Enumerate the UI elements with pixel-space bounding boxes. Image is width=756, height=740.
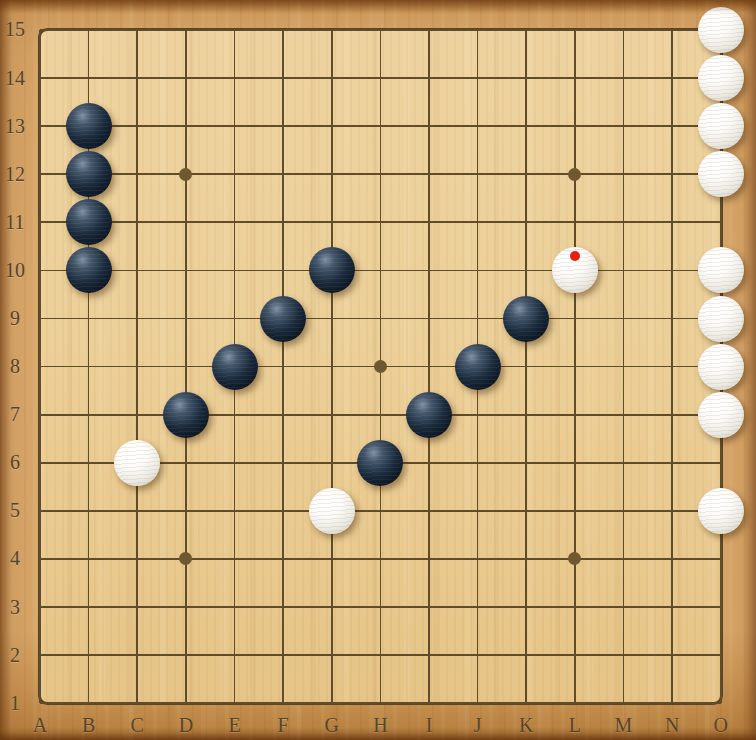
black-stone-f9: [260, 296, 306, 342]
column-label-m: M: [599, 711, 648, 739]
board-grid: [16, 6, 745, 727]
intersection-j10[interactable]: [453, 246, 502, 294]
intersection-j9[interactable]: [453, 294, 502, 342]
intersection-n2[interactable]: [648, 631, 697, 679]
row-label-13: 13: [0, 102, 30, 150]
intersection-c13[interactable]: [113, 102, 162, 150]
intersection-c7[interactable]: [113, 391, 162, 439]
intersection-h10[interactable]: [356, 246, 405, 294]
intersection-d9[interactable]: [162, 294, 211, 342]
column-label-k: K: [502, 711, 551, 739]
intersection-b8[interactable]: [64, 343, 113, 391]
intersection-o14[interactable]: [696, 54, 745, 102]
white-stone-o10: [698, 247, 744, 293]
intersection-d14[interactable]: [162, 54, 211, 102]
star-point-l12: [568, 168, 581, 181]
intersection-l5[interactable]: [551, 487, 600, 535]
intersection-i8[interactable]: [405, 343, 454, 391]
intersection-b6[interactable]: [64, 439, 113, 487]
intersection-o8[interactable]: [696, 343, 745, 391]
intersection-m5[interactable]: [599, 487, 648, 535]
intersection-j4[interactable]: [453, 535, 502, 583]
intersection-m12[interactable]: [599, 150, 648, 198]
black-stone-b13: [66, 103, 112, 149]
intersection-b9[interactable]: [64, 294, 113, 342]
intersection-f13[interactable]: [259, 102, 308, 150]
intersection-k7[interactable]: [502, 391, 551, 439]
column-label-e: E: [210, 711, 259, 739]
intersection-e10[interactable]: [210, 246, 259, 294]
column-label-o: O: [696, 711, 745, 739]
intersection-n3[interactable]: [648, 583, 697, 631]
intersection-d13[interactable]: [162, 102, 211, 150]
intersection-e12[interactable]: [210, 150, 259, 198]
intersection-c6[interactable]: [113, 439, 162, 487]
intersection-e15[interactable]: [210, 6, 259, 54]
row-coordinate-labels: 151413121110987654321: [0, 6, 30, 728]
intersection-j12[interactable]: [453, 150, 502, 198]
white-stone-c6: [114, 440, 160, 486]
row-label-8: 8: [0, 343, 30, 391]
intersection-g7[interactable]: [307, 391, 356, 439]
intersection-k3[interactable]: [502, 583, 551, 631]
intersection-k11[interactable]: [502, 198, 551, 246]
intersection-f2[interactable]: [259, 631, 308, 679]
intersection-d5[interactable]: [162, 487, 211, 535]
intersection-b10[interactable]: [64, 246, 113, 294]
intersection-k4[interactable]: [502, 535, 551, 583]
intersection-f15[interactable]: [259, 6, 308, 54]
intersection-i6[interactable]: [405, 439, 454, 487]
intersection-h5[interactable]: [356, 487, 405, 535]
intersection-j8[interactable]: [453, 343, 502, 391]
white-stone-o7: [698, 392, 744, 438]
intersection-b14[interactable]: [64, 54, 113, 102]
intersection-m4[interactable]: [599, 535, 648, 583]
intersection-n11[interactable]: [648, 198, 697, 246]
intersection-g13[interactable]: [307, 102, 356, 150]
black-stone-d7: [163, 392, 209, 438]
intersection-e8[interactable]: [210, 343, 259, 391]
intersection-f3[interactable]: [259, 583, 308, 631]
row-label-15: 15: [0, 6, 30, 54]
black-stone-k9: [503, 296, 549, 342]
intersection-c3[interactable]: [113, 583, 162, 631]
intersection-c4[interactable]: [113, 535, 162, 583]
intersection-h15[interactable]: [356, 6, 405, 54]
intersection-o5[interactable]: [696, 487, 745, 535]
black-stone-b12: [66, 151, 112, 197]
row-label-11: 11: [0, 198, 30, 246]
intersection-m14[interactable]: [599, 54, 648, 102]
intersection-e9[interactable]: [210, 294, 259, 342]
intersection-h3[interactable]: [356, 583, 405, 631]
intersection-f8[interactable]: [259, 343, 308, 391]
star-point-l4: [568, 552, 581, 565]
column-label-d: D: [162, 711, 211, 739]
intersection-f9[interactable]: [259, 294, 308, 342]
intersection-d4[interactable]: [162, 535, 211, 583]
intersection-n6[interactable]: [648, 439, 697, 487]
intersection-k5[interactable]: [502, 487, 551, 535]
black-stone-e8: [212, 344, 258, 390]
intersection-m13[interactable]: [599, 102, 648, 150]
row-label-4: 4: [0, 535, 30, 583]
intersection-d2[interactable]: [162, 631, 211, 679]
intersection-f7[interactable]: [259, 391, 308, 439]
intersection-j15[interactable]: [453, 6, 502, 54]
intersection-c10[interactable]: [113, 246, 162, 294]
go-board: 151413121110987654321 ABCDEFGHIJKLMNO: [0, 0, 756, 740]
intersection-o6[interactable]: [696, 439, 745, 487]
intersection-k9[interactable]: [502, 294, 551, 342]
intersection-i10[interactable]: [405, 246, 454, 294]
row-label-2: 2: [0, 631, 30, 679]
intersection-f12[interactable]: [259, 150, 308, 198]
intersection-e6[interactable]: [210, 439, 259, 487]
intersection-d15[interactable]: [162, 6, 211, 54]
intersection-c5[interactable]: [113, 487, 162, 535]
intersection-h13[interactable]: [356, 102, 405, 150]
black-stone-h6: [357, 440, 403, 486]
intersection-n15[interactable]: [648, 6, 697, 54]
row-label-10: 10: [0, 246, 30, 294]
intersection-o2[interactable]: [696, 631, 745, 679]
intersection-n13[interactable]: [648, 102, 697, 150]
star-point-d4: [179, 552, 192, 565]
intersection-c11[interactable]: [113, 198, 162, 246]
intersection-g9[interactable]: [307, 294, 356, 342]
intersection-o11[interactable]: [696, 198, 745, 246]
intersection-e2[interactable]: [210, 631, 259, 679]
intersection-l11[interactable]: [551, 198, 600, 246]
intersection-b7[interactable]: [64, 391, 113, 439]
intersection-g5[interactable]: [307, 487, 356, 535]
intersection-k12[interactable]: [502, 150, 551, 198]
star-point-d12: [179, 168, 192, 181]
intersection-e13[interactable]: [210, 102, 259, 150]
intersection-l6[interactable]: [551, 439, 600, 487]
intersection-i13[interactable]: [405, 102, 454, 150]
intersection-m15[interactable]: [599, 6, 648, 54]
intersection-e7[interactable]: [210, 391, 259, 439]
intersection-m11[interactable]: [599, 198, 648, 246]
white-stone-o8: [698, 344, 744, 390]
intersection-e3[interactable]: [210, 583, 259, 631]
column-label-g: G: [307, 711, 356, 739]
intersection-l13[interactable]: [551, 102, 600, 150]
intersection-l10[interactable]: [551, 246, 600, 294]
intersection-n12[interactable]: [648, 150, 697, 198]
intersection-n7[interactable]: [648, 391, 697, 439]
intersection-m6[interactable]: [599, 439, 648, 487]
intersection-j3[interactable]: [453, 583, 502, 631]
intersection-l8[interactable]: [551, 343, 600, 391]
intersection-d6[interactable]: [162, 439, 211, 487]
intersection-h14[interactable]: [356, 54, 405, 102]
intersection-m8[interactable]: [599, 343, 648, 391]
white-stone-o9: [698, 296, 744, 342]
intersection-f10[interactable]: [259, 246, 308, 294]
intersection-b15[interactable]: [64, 6, 113, 54]
intersection-i11[interactable]: [405, 198, 454, 246]
intersection-b4[interactable]: [64, 535, 113, 583]
intersection-j6[interactable]: [453, 439, 502, 487]
intersection-i9[interactable]: [405, 294, 454, 342]
intersection-j11[interactable]: [453, 198, 502, 246]
intersection-k15[interactable]: [502, 6, 551, 54]
intersection-d8[interactable]: [162, 343, 211, 391]
intersection-g6[interactable]: [307, 439, 356, 487]
column-label-f: F: [259, 711, 308, 739]
intersection-l2[interactable]: [551, 631, 600, 679]
column-label-l: L: [551, 711, 600, 739]
intersection-h11[interactable]: [356, 198, 405, 246]
intersection-g2[interactable]: [307, 631, 356, 679]
intersection-d12[interactable]: [162, 150, 211, 198]
intersection-i7[interactable]: [405, 391, 454, 439]
intersection-i14[interactable]: [405, 54, 454, 102]
row-label-6: 6: [0, 439, 30, 487]
intersection-m2[interactable]: [599, 631, 648, 679]
intersection-c15[interactable]: [113, 6, 162, 54]
intersection-c12[interactable]: [113, 150, 162, 198]
row-label-12: 12: [0, 150, 30, 198]
column-label-j: J: [453, 711, 502, 739]
intersection-e5[interactable]: [210, 487, 259, 535]
intersection-f4[interactable]: [259, 535, 308, 583]
intersection-j2[interactable]: [453, 631, 502, 679]
intersection-g15[interactable]: [307, 6, 356, 54]
intersection-c8[interactable]: [113, 343, 162, 391]
intersection-l14[interactable]: [551, 54, 600, 102]
intersection-b3[interactable]: [64, 583, 113, 631]
intersection-g12[interactable]: [307, 150, 356, 198]
row-label-14: 14: [0, 54, 30, 102]
intersection-d10[interactable]: [162, 246, 211, 294]
intersection-i12[interactable]: [405, 150, 454, 198]
intersection-i4[interactable]: [405, 535, 454, 583]
row-label-7: 7: [0, 391, 30, 439]
column-label-n: N: [648, 711, 697, 739]
intersection-o9[interactable]: [696, 294, 745, 342]
intersection-h9[interactable]: [356, 294, 405, 342]
intersection-h7[interactable]: [356, 391, 405, 439]
row-label-3: 3: [0, 583, 30, 631]
white-stone-o15: [698, 7, 744, 53]
column-label-a: A: [16, 711, 65, 739]
intersection-e4[interactable]: [210, 535, 259, 583]
intersection-k6[interactable]: [502, 439, 551, 487]
intersection-g3[interactable]: [307, 583, 356, 631]
intersection-j5[interactable]: [453, 487, 502, 535]
intersection-o15[interactable]: [696, 6, 745, 54]
intersection-h6[interactable]: [356, 439, 405, 487]
intersection-k10[interactable]: [502, 246, 551, 294]
intersection-m9[interactable]: [599, 294, 648, 342]
black-stone-b10: [66, 247, 112, 293]
intersection-j7[interactable]: [453, 391, 502, 439]
star-point-h8: [374, 360, 387, 373]
black-stone-i7: [406, 392, 452, 438]
column-label-i: I: [405, 711, 454, 739]
intersection-d3[interactable]: [162, 583, 211, 631]
intersection-f6[interactable]: [259, 439, 308, 487]
intersection-i2[interactable]: [405, 631, 454, 679]
intersection-j13[interactable]: [453, 102, 502, 150]
intersection-o3[interactable]: [696, 583, 745, 631]
white-stone-o13: [698, 103, 744, 149]
intersection-i5[interactable]: [405, 487, 454, 535]
intersection-g10[interactable]: [307, 246, 356, 294]
intersection-l7[interactable]: [551, 391, 600, 439]
intersection-d7[interactable]: [162, 391, 211, 439]
intersection-e11[interactable]: [210, 198, 259, 246]
intersection-f5[interactable]: [259, 487, 308, 535]
intersection-h4[interactable]: [356, 535, 405, 583]
intersection-l9[interactable]: [551, 294, 600, 342]
intersection-k2[interactable]: [502, 631, 551, 679]
row-label-9: 9: [0, 294, 30, 342]
intersection-g4[interactable]: [307, 535, 356, 583]
intersection-n14[interactable]: [648, 54, 697, 102]
column-coordinate-labels: ABCDEFGHIJKLMNO: [16, 711, 746, 739]
intersection-n4[interactable]: [648, 535, 697, 583]
intersection-n5[interactable]: [648, 487, 697, 535]
white-stone-g5: [309, 488, 355, 534]
intersection-k8[interactable]: [502, 343, 551, 391]
intersection-f14[interactable]: [259, 54, 308, 102]
intersection-o12[interactable]: [696, 150, 745, 198]
intersection-k13[interactable]: [502, 102, 551, 150]
intersection-b11[interactable]: [64, 198, 113, 246]
last-move-marker: [570, 251, 581, 262]
column-label-h: H: [356, 711, 405, 739]
black-stone-j8: [455, 344, 501, 390]
intersection-l3[interactable]: [551, 583, 600, 631]
intersection-b2[interactable]: [64, 631, 113, 679]
intersection-l12[interactable]: [551, 150, 600, 198]
intersection-h2[interactable]: [356, 631, 405, 679]
intersection-c2[interactable]: [113, 631, 162, 679]
white-stone-l10: [552, 247, 598, 293]
intersection-b5[interactable]: [64, 487, 113, 535]
intersection-l15[interactable]: [551, 6, 600, 54]
intersection-l4[interactable]: [551, 535, 600, 583]
intersection-f11[interactable]: [259, 198, 308, 246]
intersection-d11[interactable]: [162, 198, 211, 246]
column-label-b: B: [64, 711, 113, 739]
intersection-g8[interactable]: [307, 343, 356, 391]
intersection-c14[interactable]: [113, 54, 162, 102]
intersection-m7[interactable]: [599, 391, 648, 439]
intersection-i15[interactable]: [405, 6, 454, 54]
intersection-o4[interactable]: [696, 535, 745, 583]
intersection-n10[interactable]: [648, 246, 697, 294]
intersection-g14[interactable]: [307, 54, 356, 102]
white-stone-o12: [698, 151, 744, 197]
intersection-i3[interactable]: [405, 583, 454, 631]
intersection-b12[interactable]: [64, 150, 113, 198]
intersection-g11[interactable]: [307, 198, 356, 246]
black-stone-b11: [66, 199, 112, 245]
intersection-c9[interactable]: [113, 294, 162, 342]
intersection-j14[interactable]: [453, 54, 502, 102]
intersection-b13[interactable]: [64, 102, 113, 150]
column-label-c: C: [113, 711, 162, 739]
white-stone-o14: [698, 55, 744, 101]
intersection-o10[interactable]: [696, 246, 745, 294]
row-label-5: 5: [0, 487, 30, 535]
intersection-n9[interactable]: [648, 294, 697, 342]
intersection-o7[interactable]: [696, 391, 745, 439]
intersection-h8[interactable]: [356, 343, 405, 391]
black-stone-g10: [309, 247, 355, 293]
intersection-m3[interactable]: [599, 583, 648, 631]
intersection-m10[interactable]: [599, 246, 648, 294]
intersection-n8[interactable]: [648, 343, 697, 391]
white-stone-o5: [698, 488, 744, 534]
intersection-o13[interactable]: [696, 102, 745, 150]
intersection-e14[interactable]: [210, 54, 259, 102]
intersection-k14[interactable]: [502, 54, 551, 102]
intersection-h12[interactable]: [356, 150, 405, 198]
